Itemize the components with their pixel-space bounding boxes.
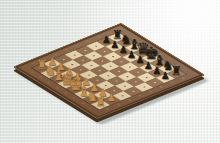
piece-white-pawn-f2: ♟ [90,83,99,93]
piece-black-bishop-f8: ♝ [153,53,166,67]
piece-white-rook-h1: ♜ [95,96,106,108]
piece-white-rook-a1: ♜ [36,59,47,71]
piece-black-pawn-g7: ♟ [153,66,162,76]
piece-black-pawn-e7: ♟ [136,55,145,65]
piece-black-pawn-b7: ♟ [111,40,120,50]
piece-white-bishop-f1: ♝ [78,84,91,98]
piece-white-king-e1: ♚ [68,76,83,93]
piece-black-pawn-f7: ♟ [144,61,153,71]
piece-black-bishop-c8: ♝ [128,37,141,51]
piece-white-pawn-a2: ♟ [48,57,57,67]
piece-white-knight-g1: ♞ [86,90,98,103]
pieces-layer: ♜♞♝♛♚♝♞♜♟♟♟♟♟♟♟♟♟♟♟♟♟♟♟♟♜♞♝♛♚♝♞♜ [0,0,220,143]
piece-black-knight-b8: ♞ [120,33,132,46]
piece-white-queen-d1: ♛ [60,72,74,88]
piece-white-bishop-c1: ♝ [52,68,65,82]
piece-black-pawn-h7: ♟ [161,71,170,81]
piece-black-knight-g8: ♞ [162,59,174,72]
piece-white-knight-b1: ♞ [44,64,56,77]
piece-white-pawn-g2: ♟ [99,88,108,98]
piece-black-king-e8: ♚ [143,45,158,62]
piece-white-pawn-d2: ♟ [73,72,82,82]
piece-black-queen-d8: ♛ [135,41,149,57]
piece-black-rook-a8: ♜ [112,29,123,41]
chess-set-photo: abcdefgh abcdefgh 12345678 12345678 ♜♞♝♛… [0,0,220,143]
piece-white-pawn-h2: ♟ [107,93,116,103]
piece-white-pawn-c2: ♟ [65,67,74,77]
piece-white-pawn-e2: ♟ [82,77,91,87]
piece-black-pawn-c7: ♟ [119,45,128,55]
piece-black-pawn-d7: ♟ [127,50,136,60]
piece-black-pawn-a7: ♟ [102,35,111,45]
piece-white-pawn-b2: ♟ [57,62,66,72]
piece-black-rook-h8: ♜ [171,65,182,77]
